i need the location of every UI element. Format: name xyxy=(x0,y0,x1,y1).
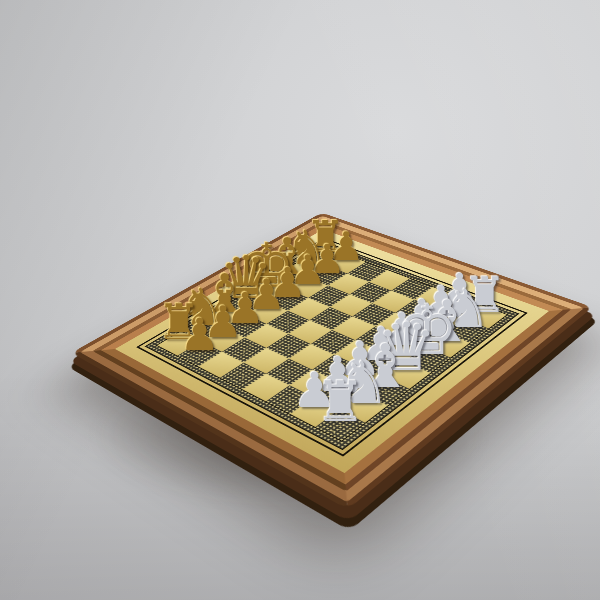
board-grid xyxy=(157,247,506,441)
grid-frame xyxy=(156,246,508,442)
photo-scene: ♜♞♝♛♚♝♞♜♟♟♟♟♟♟♟♟♟♟♟♟♟♟♟♟♜♞♝♛♚♝♞♜ xyxy=(0,0,600,600)
